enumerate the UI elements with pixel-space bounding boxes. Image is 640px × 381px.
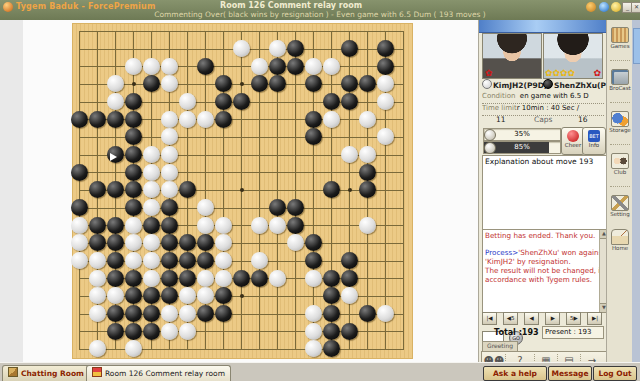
- toolbar-setting-button[interactable]: Setting: [609, 194, 631, 224]
- black-stone: [341, 270, 358, 287]
- white-stone: [125, 340, 142, 357]
- black-stone: [215, 75, 232, 92]
- bottom-tab-bar: Chatting Room Room 126 Comment relay roo…: [0, 362, 640, 381]
- white-stone: [251, 58, 268, 75]
- black-stone: [161, 199, 178, 216]
- white-stone: [161, 111, 178, 128]
- black-stone: [215, 287, 232, 304]
- black-stone: [89, 111, 106, 128]
- white-stone: [215, 252, 232, 269]
- white-stone: [251, 217, 268, 234]
- black-stone: [107, 323, 124, 340]
- back-button[interactable]: ◀: [524, 312, 539, 325]
- black-stone-icon: [543, 79, 553, 89]
- game-status-subtitle: Commenting Over( black wins by resignati…: [0, 10, 640, 19]
- divider: [610, 60, 630, 61]
- globe-icon[interactable]: [599, 2, 609, 12]
- white-stone: [161, 305, 178, 322]
- white-stone: [89, 305, 106, 322]
- toolbar-home-button[interactable]: Home: [609, 228, 631, 258]
- white-rating-slider[interactable]: 35%: [483, 128, 561, 141]
- black-stone: [305, 252, 322, 269]
- black-stone: [107, 217, 124, 234]
- explanation-box[interactable]: Explanation about move 193: [482, 155, 609, 231]
- white-stone: [305, 323, 322, 340]
- club-faces-icon: [611, 153, 629, 169]
- black-stone: [71, 164, 88, 181]
- black-stone: [125, 287, 142, 304]
- black-stone: [161, 217, 178, 234]
- black-stone: [125, 181, 142, 198]
- black-stone: [161, 234, 178, 251]
- black-stone: [71, 199, 88, 216]
- white-stone: [161, 181, 178, 198]
- black-stone: [89, 234, 106, 251]
- black-stone: [143, 323, 160, 340]
- grid-line: [403, 31, 404, 350]
- divider: [610, 102, 630, 103]
- present-move: 193: [578, 328, 591, 336]
- white-stone: [377, 305, 394, 322]
- tv-icon: [611, 69, 629, 85]
- window-scrollbar[interactable]: [632, 20, 640, 362]
- white-stone: [323, 111, 340, 128]
- white-stone: [197, 287, 214, 304]
- black-stone: [71, 111, 88, 128]
- black-stone: [89, 181, 106, 198]
- white-stone-icon: [482, 79, 492, 89]
- white-stone: [305, 305, 322, 322]
- room-icon: [92, 367, 102, 377]
- black-captures: 16: [578, 115, 588, 124]
- rose-icon: ✿✿✿✿: [545, 69, 575, 78]
- white-stone: [377, 128, 394, 145]
- black-stone: [179, 252, 196, 269]
- white-stone: [161, 75, 178, 92]
- star-point: [240, 294, 244, 298]
- white-stone: [89, 270, 106, 287]
- white-stone: [251, 252, 268, 269]
- white-stone: [161, 146, 178, 163]
- condition-row: Condition en game with 6.5 D: [482, 92, 604, 104]
- white-stone: [287, 234, 304, 251]
- white-stone: [107, 287, 124, 304]
- black-rating-slider[interactable]: 85%: [483, 141, 561, 154]
- white-stone: [125, 217, 142, 234]
- black-stone: [323, 340, 340, 357]
- divider: [610, 144, 630, 145]
- black-stone: [125, 146, 142, 163]
- caps-label: Caps: [534, 115, 553, 124]
- black-stone: [305, 234, 322, 251]
- black-stone: [287, 199, 304, 216]
- grid-line: [295, 31, 296, 350]
- black-stone: [197, 58, 214, 75]
- black-stone: [323, 270, 340, 287]
- divider: [610, 186, 630, 187]
- black-stone: [125, 323, 142, 340]
- white-stone: [143, 234, 160, 251]
- rose-icon: ✿: [593, 69, 601, 78]
- black-player-photo: ✿✿✿✿ ✿: [543, 33, 603, 79]
- white-stone: [305, 58, 322, 75]
- toolbar-club-button[interactable]: Club: [609, 152, 631, 182]
- last-move-button[interactable]: ▶|: [587, 312, 602, 325]
- black-stone: [305, 75, 322, 92]
- cheer-ball-icon: [567, 130, 579, 142]
- rose-icon: ✿: [485, 69, 493, 78]
- black-stone: [89, 217, 106, 234]
- logout-button[interactable]: Log Out: [593, 366, 637, 381]
- white-stone: [143, 164, 160, 181]
- black-stone: [269, 199, 286, 216]
- black-stone: [143, 75, 160, 92]
- white-player-photo: ✿: [482, 33, 542, 79]
- betting-line: Betting has ended. Thank you.: [485, 231, 606, 240]
- forward-button[interactable]: ▶: [545, 312, 560, 325]
- white-stone: [179, 287, 196, 304]
- move-navigation: |◀ ◀5 ◀ ▶ 5▶ ▶| GO: [482, 312, 604, 325]
- black-stone: [197, 252, 214, 269]
- black-stone: [107, 146, 124, 163]
- white-stone: [215, 270, 232, 287]
- black-stone: [215, 111, 232, 128]
- white-stone: [359, 217, 376, 234]
- title-bar: Tygem Baduk - ForcePremium Room 126 Comm…: [0, 0, 640, 21]
- toolbar-games-button[interactable]: Games: [609, 26, 631, 56]
- game-area: [23, 20, 478, 362]
- white-stone: [269, 40, 286, 57]
- result-line: Process>'ShenZhXu' won against 'KimJH2' …: [485, 248, 606, 266]
- white-stone: [377, 75, 394, 92]
- black-stone: [359, 305, 376, 322]
- white-stone: [359, 146, 376, 163]
- black-stone: [179, 181, 196, 198]
- black-stone: [161, 287, 178, 304]
- black-stone: [323, 93, 340, 110]
- black-stone: [377, 58, 394, 75]
- black-stone: [323, 181, 340, 198]
- left-gutter: [0, 20, 24, 362]
- white-stone: [215, 234, 232, 251]
- black-stone: [125, 164, 142, 181]
- black-stone: [197, 305, 214, 322]
- black-stone: [341, 75, 358, 92]
- first-move-button[interactable]: |◀: [482, 312, 497, 325]
- black-stone: [341, 93, 358, 110]
- black-stone: [323, 287, 340, 304]
- present-move-box: Present : 193: [542, 326, 604, 339]
- white-stone: [89, 340, 106, 357]
- tab-chatting-room[interactable]: Chatting Room: [2, 365, 90, 381]
- message-button[interactable]: Message: [548, 366, 592, 381]
- white-stone: [143, 146, 160, 163]
- toolbar-storage-button[interactable]: Storage: [609, 110, 631, 140]
- black-stone: [341, 323, 358, 340]
- ask-help-button[interactable]: Ask a help: [483, 366, 547, 381]
- black-stone: [233, 93, 250, 110]
- skin-icon[interactable]: [586, 2, 596, 12]
- black-stone: [251, 270, 268, 287]
- total-moves: 193: [522, 328, 539, 337]
- white-stone: [179, 93, 196, 110]
- black-stone: [233, 270, 250, 287]
- white-stone: [305, 270, 322, 287]
- black-stone: [287, 58, 304, 75]
- black-stone: [341, 252, 358, 269]
- white-stone: [341, 146, 358, 163]
- black-stone: [359, 181, 376, 198]
- bet-info-icon: BET: [588, 130, 600, 142]
- goboard-icon: [611, 27, 629, 43]
- black-stone: [107, 252, 124, 269]
- white-stone: [143, 252, 160, 269]
- white-stone: [269, 270, 286, 287]
- slider-knob[interactable]: [484, 142, 496, 154]
- black-stone: [359, 164, 376, 181]
- white-stone: [269, 217, 286, 234]
- black-stone: [305, 128, 322, 145]
- black-stone: [107, 270, 124, 287]
- panel-header-bar: [479, 20, 607, 33]
- black-stone: [197, 234, 214, 251]
- black-stone: [323, 323, 340, 340]
- white-stone: [89, 287, 106, 304]
- white-stone: [143, 199, 160, 216]
- black-stone: [287, 217, 304, 234]
- white-stone: [71, 234, 88, 251]
- black-stone: [215, 93, 232, 110]
- betting-result-box[interactable]: Betting has ended. Thank you. Process>'S…: [482, 229, 609, 313]
- black-stone: [269, 58, 286, 75]
- black-stone: [269, 75, 286, 92]
- black-stone: [125, 199, 142, 216]
- scrollbar-thumb[interactable]: [633, 28, 640, 64]
- side-toolbar: Games BroCast Storage Club Setting Home: [606, 20, 633, 362]
- game-info-panel: ✿ ✿✿✿✿ ✿ KimJH2(P9D) ShenZhXu(P9D) Condi…: [478, 20, 607, 362]
- white-stone: [377, 93, 394, 110]
- black-stone: [125, 305, 142, 322]
- black-stone: [107, 305, 124, 322]
- forward5-button[interactable]: 5▶: [566, 312, 581, 325]
- tab-room-126[interactable]: Room 126 Comment relay room: [86, 365, 231, 381]
- white-stone: [359, 111, 376, 128]
- white-stone: [161, 164, 178, 181]
- black-stone: [179, 234, 196, 251]
- white-stone: [341, 287, 358, 304]
- black-stone: [305, 111, 322, 128]
- white-stone: [161, 128, 178, 145]
- home-icon: [611, 229, 629, 245]
- black-stone: [377, 40, 394, 57]
- storage-icon: [611, 111, 629, 127]
- white-stone: [197, 199, 214, 216]
- white-stone: [161, 58, 178, 75]
- close-button[interactable]: ✕: [631, 2, 640, 13]
- white-stone: [197, 270, 214, 287]
- black-stone: [359, 75, 376, 92]
- help-bulb-icon[interactable]: [611, 2, 621, 12]
- white-stone: [161, 323, 178, 340]
- black-stone: [215, 305, 232, 322]
- white-stone: [125, 58, 142, 75]
- white-stone: [143, 181, 160, 198]
- toolbar-broadcast-button[interactable]: BroCast: [609, 68, 631, 98]
- go-board[interactable]: [72, 23, 413, 359]
- white-stone: [197, 217, 214, 234]
- black-stone: [161, 270, 178, 287]
- white-stone: [71, 217, 88, 234]
- black-stone: [323, 305, 340, 322]
- white-stone: [143, 58, 160, 75]
- white-stone: [233, 40, 250, 57]
- black-stone: [125, 111, 142, 128]
- black-stone: [287, 40, 304, 57]
- black-stone: [341, 40, 358, 57]
- white-stone: [323, 58, 340, 75]
- tools-icon: [611, 195, 629, 211]
- info-button[interactable]: BETInfo: [582, 127, 606, 155]
- black-stone: [179, 270, 196, 287]
- white-stone: [179, 323, 196, 340]
- white-stone: [143, 270, 160, 287]
- last-move-marker: [110, 153, 117, 161]
- black-stone: [161, 252, 178, 269]
- white-stone: [71, 252, 88, 269]
- white-stone: [215, 217, 232, 234]
- white-stone: [305, 340, 322, 357]
- black-stone: [143, 217, 160, 234]
- black-stone: [143, 287, 160, 304]
- white-stone: [89, 252, 106, 269]
- black-stone: [125, 93, 142, 110]
- white-stone: [125, 234, 142, 251]
- room-title: Room 126 Comment relay room: [220, 1, 362, 10]
- white-stone: [107, 75, 124, 92]
- white-player-name: KimJH2(P9D): [482, 79, 547, 91]
- note-line: The result will not be changed, in accor…: [485, 266, 606, 284]
- home-icon: [8, 367, 18, 377]
- black-stone: [107, 111, 124, 128]
- black-stone: [107, 234, 124, 251]
- black-stone: [125, 270, 142, 287]
- black-stone: [125, 128, 142, 145]
- white-stone: [179, 305, 196, 322]
- white-stone: [107, 93, 124, 110]
- black-stone: [107, 181, 124, 198]
- white-stone: [179, 111, 196, 128]
- black-stone: [143, 305, 160, 322]
- black-stone: [251, 75, 268, 92]
- white-stone: [125, 252, 142, 269]
- white-captures: 11: [496, 115, 506, 124]
- white-stone: [197, 111, 214, 128]
- back5-button[interactable]: ◀5: [503, 312, 518, 325]
- slider-knob[interactable]: [484, 129, 496, 141]
